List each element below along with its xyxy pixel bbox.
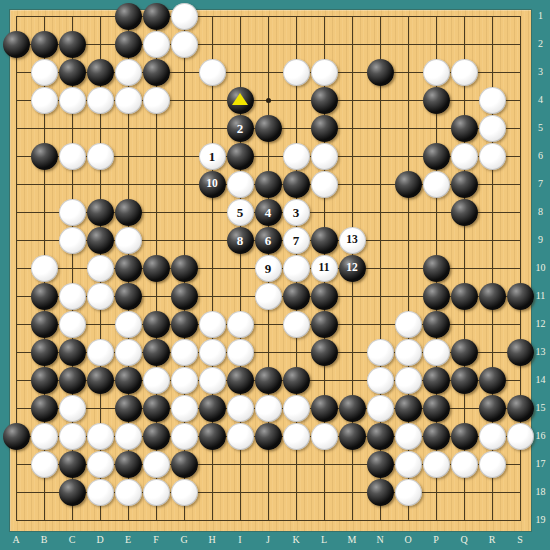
black-stone[interactable]: 12 — [339, 255, 366, 282]
black-stone[interactable] — [171, 255, 198, 282]
black-stone[interactable] — [171, 451, 198, 478]
move-number-label: 11 — [311, 255, 338, 282]
black-stone[interactable]: 8 — [227, 227, 254, 254]
black-stone[interactable] — [115, 199, 142, 226]
triangle-marker-icon — [232, 93, 248, 105]
white-stone[interactable] — [115, 339, 142, 366]
white-stone[interactable] — [283, 255, 310, 282]
black-stone[interactable] — [87, 199, 114, 226]
white-stone[interactable] — [87, 87, 114, 114]
white-stone[interactable] — [31, 87, 58, 114]
white-stone[interactable]: 11 — [311, 255, 338, 282]
black-stone[interactable] — [59, 31, 86, 58]
black-stone[interactable] — [283, 367, 310, 394]
black-stone[interactable] — [479, 367, 506, 394]
white-stone[interactable] — [479, 451, 506, 478]
white-stone[interactable] — [87, 451, 114, 478]
white-stone[interactable] — [311, 423, 338, 450]
white-stone[interactable] — [87, 143, 114, 170]
column-label: K — [287, 533, 305, 547]
white-stone[interactable] — [59, 143, 86, 170]
black-stone[interactable] — [255, 367, 282, 394]
white-stone[interactable] — [171, 395, 198, 422]
white-stone[interactable]: 7 — [283, 227, 310, 254]
black-stone[interactable] — [451, 171, 478, 198]
black-stone[interactable] — [59, 339, 86, 366]
black-stone[interactable] — [31, 283, 58, 310]
white-stone[interactable] — [227, 395, 254, 422]
black-stone[interactable] — [423, 367, 450, 394]
white-stone[interactable] — [311, 143, 338, 170]
white-stone[interactable] — [115, 227, 142, 254]
white-stone[interactable] — [255, 395, 282, 422]
row-label: 1 — [531, 10, 550, 22]
black-stone[interactable] — [87, 367, 114, 394]
black-stone[interactable] — [227, 143, 254, 170]
black-stone[interactable] — [31, 31, 58, 58]
black-stone[interactable] — [31, 311, 58, 338]
black-stone[interactable] — [143, 59, 170, 86]
white-stone[interactable] — [423, 59, 450, 86]
black-stone[interactable] — [227, 87, 254, 114]
column-label: I — [231, 533, 249, 547]
white-stone[interactable] — [143, 479, 170, 506]
white-stone[interactable] — [395, 423, 422, 450]
white-stone[interactable] — [283, 59, 310, 86]
black-stone[interactable] — [339, 423, 366, 450]
black-stone[interactable] — [395, 171, 422, 198]
white-stone[interactable] — [255, 283, 282, 310]
black-stone[interactable] — [255, 115, 282, 142]
black-stone[interactable] — [311, 87, 338, 114]
row-label: 3 — [531, 66, 550, 78]
white-stone[interactable] — [87, 479, 114, 506]
black-stone[interactable] — [171, 283, 198, 310]
black-stone[interactable] — [339, 395, 366, 422]
move-number-label: 10 — [199, 171, 226, 198]
black-stone[interactable] — [423, 311, 450, 338]
black-stone[interactable] — [311, 339, 338, 366]
white-stone[interactable] — [479, 115, 506, 142]
column-label: F — [147, 533, 165, 547]
white-stone[interactable] — [367, 395, 394, 422]
white-stone[interactable]: 3 — [283, 199, 310, 226]
black-stone[interactable] — [367, 451, 394, 478]
white-stone[interactable] — [479, 87, 506, 114]
white-stone[interactable] — [87, 423, 114, 450]
row-label: 12 — [531, 318, 550, 330]
column-label: J — [259, 533, 277, 547]
white-stone[interactable] — [479, 143, 506, 170]
white-stone[interactable] — [59, 311, 86, 338]
black-stone[interactable] — [507, 283, 534, 310]
black-stone[interactable] — [423, 255, 450, 282]
black-stone[interactable] — [451, 367, 478, 394]
white-stone[interactable] — [31, 59, 58, 86]
white-stone[interactable] — [395, 311, 422, 338]
black-stone[interactable] — [59, 59, 86, 86]
row-label: 16 — [531, 430, 550, 442]
black-stone[interactable] — [507, 395, 534, 422]
white-stone[interactable] — [423, 339, 450, 366]
row-label: 2 — [531, 38, 550, 50]
white-stone[interactable] — [143, 367, 170, 394]
white-stone[interactable] — [87, 339, 114, 366]
black-stone[interactable] — [31, 395, 58, 422]
column-label: H — [203, 533, 221, 547]
white-stone[interactable] — [227, 339, 254, 366]
row-label: 19 — [531, 514, 550, 526]
white-stone[interactable] — [115, 479, 142, 506]
black-stone[interactable] — [115, 255, 142, 282]
black-stone[interactable] — [451, 339, 478, 366]
white-stone[interactable] — [171, 3, 198, 30]
black-stone[interactable] — [283, 283, 310, 310]
white-stone[interactable] — [451, 59, 478, 86]
column-label: R — [483, 533, 501, 547]
white-stone[interactable] — [115, 423, 142, 450]
column-label: B — [35, 533, 53, 547]
black-stone[interactable] — [143, 423, 170, 450]
black-stone[interactable] — [143, 339, 170, 366]
white-stone[interactable] — [59, 423, 86, 450]
column-label: G — [175, 533, 193, 547]
move-number-label: 9 — [255, 255, 282, 282]
black-stone[interactable] — [423, 87, 450, 114]
white-stone[interactable]: 13 — [339, 227, 366, 254]
black-stone[interactable] — [423, 423, 450, 450]
black-stone[interactable] — [87, 59, 114, 86]
black-stone[interactable] — [451, 423, 478, 450]
black-stone[interactable] — [59, 479, 86, 506]
row-label: 6 — [531, 150, 550, 162]
white-stone[interactable] — [59, 283, 86, 310]
move-number-label: 12 — [339, 255, 366, 282]
column-label: N — [371, 533, 389, 547]
row-label: 7 — [531, 178, 550, 190]
white-stone[interactable] — [423, 451, 450, 478]
white-stone[interactable] — [143, 31, 170, 58]
white-stone[interactable]: 9 — [255, 255, 282, 282]
column-label: C — [63, 533, 81, 547]
row-label: 17 — [531, 458, 550, 470]
white-stone[interactable] — [451, 451, 478, 478]
column-label: S — [511, 533, 529, 547]
white-stone[interactable] — [87, 283, 114, 310]
white-stone[interactable] — [227, 423, 254, 450]
column-label: E — [119, 533, 137, 547]
black-stone[interactable]: 2 — [227, 115, 254, 142]
white-stone[interactable] — [31, 423, 58, 450]
black-stone[interactable] — [31, 143, 58, 170]
white-stone[interactable] — [507, 423, 534, 450]
black-stone[interactable] — [143, 255, 170, 282]
column-label: L — [315, 533, 333, 547]
black-stone[interactable] — [199, 395, 226, 422]
black-stone[interactable] — [423, 283, 450, 310]
black-stone[interactable] — [479, 395, 506, 422]
black-stone[interactable] — [171, 311, 198, 338]
black-stone[interactable] — [395, 395, 422, 422]
black-stone[interactable] — [143, 311, 170, 338]
white-stone[interactable] — [395, 479, 422, 506]
row-label: 15 — [531, 402, 550, 414]
black-stone[interactable] — [451, 199, 478, 226]
row-label: 14 — [531, 374, 550, 386]
black-stone[interactable] — [59, 451, 86, 478]
black-stone[interactable] — [423, 395, 450, 422]
white-stone[interactable] — [171, 31, 198, 58]
white-stone[interactable] — [311, 171, 338, 198]
white-stone[interactable] — [59, 395, 86, 422]
black-stone[interactable] — [367, 479, 394, 506]
white-stone[interactable] — [59, 227, 86, 254]
black-stone[interactable] — [115, 451, 142, 478]
white-stone[interactable] — [311, 59, 338, 86]
row-label: 5 — [531, 122, 550, 134]
move-number-label: 2 — [227, 115, 254, 142]
column-label: M — [343, 533, 361, 547]
row-label: 18 — [531, 486, 550, 498]
black-stone[interactable] — [143, 395, 170, 422]
black-stone[interactable] — [227, 367, 254, 394]
black-stone[interactable] — [115, 367, 142, 394]
black-stone[interactable] — [311, 115, 338, 142]
white-stone[interactable] — [395, 367, 422, 394]
white-stone[interactable] — [59, 87, 86, 114]
row-label: 9 — [531, 234, 550, 246]
black-stone[interactable] — [115, 283, 142, 310]
black-stone[interactable] — [115, 395, 142, 422]
black-stone[interactable] — [199, 423, 226, 450]
black-stone[interactable] — [255, 171, 282, 198]
white-stone[interactable] — [199, 311, 226, 338]
move-number-label: 5 — [227, 199, 254, 226]
row-label: 13 — [531, 346, 550, 358]
white-stone[interactable] — [31, 451, 58, 478]
white-stone[interactable] — [451, 143, 478, 170]
white-stone[interactable] — [199, 339, 226, 366]
black-stone[interactable] — [87, 227, 114, 254]
move-number-label: 3 — [283, 199, 310, 226]
white-stone[interactable] — [395, 451, 422, 478]
black-stone[interactable] — [31, 339, 58, 366]
column-label: Q — [455, 533, 473, 547]
white-stone[interactable] — [199, 367, 226, 394]
white-stone[interactable] — [171, 423, 198, 450]
black-stone[interactable] — [311, 395, 338, 422]
go-board[interactable]: 21105438671391112ABCDEFGHIJKLMNOPQRS1234… — [0, 0, 550, 550]
black-stone[interactable] — [143, 3, 170, 30]
white-stone[interactable] — [395, 339, 422, 366]
move-number-label: 8 — [227, 227, 254, 254]
white-stone[interactable] — [227, 171, 254, 198]
column-label: O — [399, 533, 417, 547]
white-stone[interactable] — [283, 395, 310, 422]
white-stone[interactable] — [171, 367, 198, 394]
black-stone[interactable] — [451, 115, 478, 142]
white-stone[interactable] — [115, 311, 142, 338]
white-stone[interactable] — [367, 367, 394, 394]
black-stone[interactable] — [59, 367, 86, 394]
white-stone[interactable] — [171, 339, 198, 366]
white-stone[interactable] — [227, 311, 254, 338]
star-point — [266, 98, 271, 103]
white-stone[interactable] — [143, 451, 170, 478]
black-stone[interactable] — [255, 423, 282, 450]
black-stone[interactable] — [115, 3, 142, 30]
column-label: D — [91, 533, 109, 547]
move-number-label: 7 — [283, 227, 310, 254]
black-stone[interactable] — [507, 339, 534, 366]
white-stone[interactable] — [479, 423, 506, 450]
column-label: P — [427, 533, 445, 547]
black-stone[interactable] — [311, 311, 338, 338]
black-stone[interactable] — [115, 31, 142, 58]
black-stone[interactable] — [479, 283, 506, 310]
white-stone[interactable]: 1 — [199, 143, 226, 170]
white-stone[interactable] — [87, 255, 114, 282]
row-label: 10 — [531, 262, 550, 274]
black-stone[interactable] — [311, 283, 338, 310]
white-stone[interactable] — [283, 143, 310, 170]
white-stone[interactable] — [115, 87, 142, 114]
black-stone[interactable]: 4 — [255, 199, 282, 226]
white-stone[interactable] — [283, 423, 310, 450]
white-stone[interactable] — [199, 59, 226, 86]
row-label: 8 — [531, 206, 550, 218]
black-stone[interactable] — [283, 171, 310, 198]
move-number-label: 13 — [339, 227, 366, 254]
black-stone[interactable] — [311, 227, 338, 254]
white-stone[interactable] — [59, 199, 86, 226]
white-stone[interactable] — [171, 479, 198, 506]
white-stone[interactable]: 5 — [227, 199, 254, 226]
black-stone[interactable] — [451, 283, 478, 310]
black-stone[interactable] — [3, 423, 30, 450]
black-stone[interactable] — [423, 143, 450, 170]
black-stone[interactable]: 6 — [255, 227, 282, 254]
white-stone[interactable] — [423, 171, 450, 198]
black-stone[interactable] — [367, 423, 394, 450]
black-stone[interactable] — [367, 59, 394, 86]
row-label: 11 — [531, 290, 550, 302]
white-stone[interactable] — [367, 339, 394, 366]
black-stone[interactable] — [3, 31, 30, 58]
move-number-label: 1 — [199, 143, 226, 170]
move-number-label: 4 — [255, 199, 282, 226]
white-stone[interactable] — [143, 87, 170, 114]
column-label: A — [7, 533, 25, 547]
white-stone[interactable] — [115, 59, 142, 86]
row-label: 4 — [531, 94, 550, 106]
black-stone[interactable]: 10 — [199, 171, 226, 198]
black-stone[interactable] — [31, 367, 58, 394]
move-number-label: 6 — [255, 227, 282, 254]
white-stone[interactable] — [31, 255, 58, 282]
white-stone[interactable] — [283, 311, 310, 338]
